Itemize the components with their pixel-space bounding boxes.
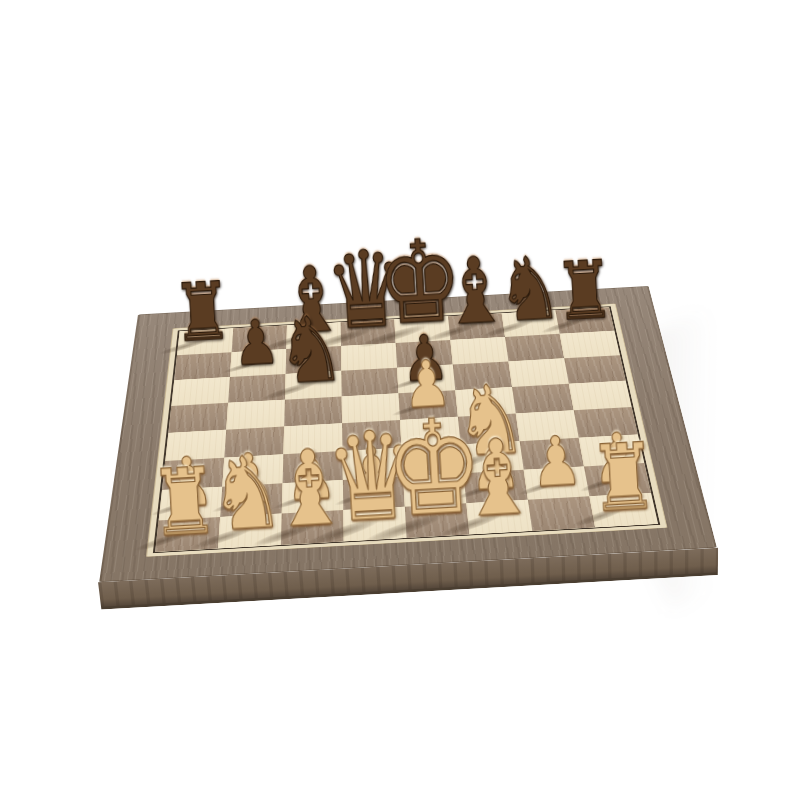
chessboard-product-photo: ♜♝♛♚♝♞♜♟♞♟♟♞♟♟♟♟♟♟♟♜♞♝♛♚♝♜ <box>0 0 800 800</box>
square-d6 <box>341 368 398 397</box>
square-a6 <box>171 377 230 406</box>
piece-black-pawn-b7: ♟ <box>231 311 281 375</box>
piece-white-rook-h1: ♜ <box>587 430 661 525</box>
piece-black-knight-c6: ♞ <box>274 304 347 398</box>
chessboard: ♜♝♛♚♝♞♜♟♞♟♟♞♟♟♟♟♟♟♟♜♞♝♛♚♝♜ <box>99 286 717 582</box>
piece-black-rook-h8: ♜ <box>552 249 616 331</box>
square-a5 <box>168 403 228 433</box>
piece-black-rook-a8: ♜ <box>170 271 234 353</box>
piece-white-bishop-f1: ♝ <box>456 424 540 532</box>
playing-area: ♜♝♛♚♝♞♜♟♞♟♟♞♟♟♟♟♟♟♟♜♞♝♛♚♝♜ <box>155 307 658 552</box>
